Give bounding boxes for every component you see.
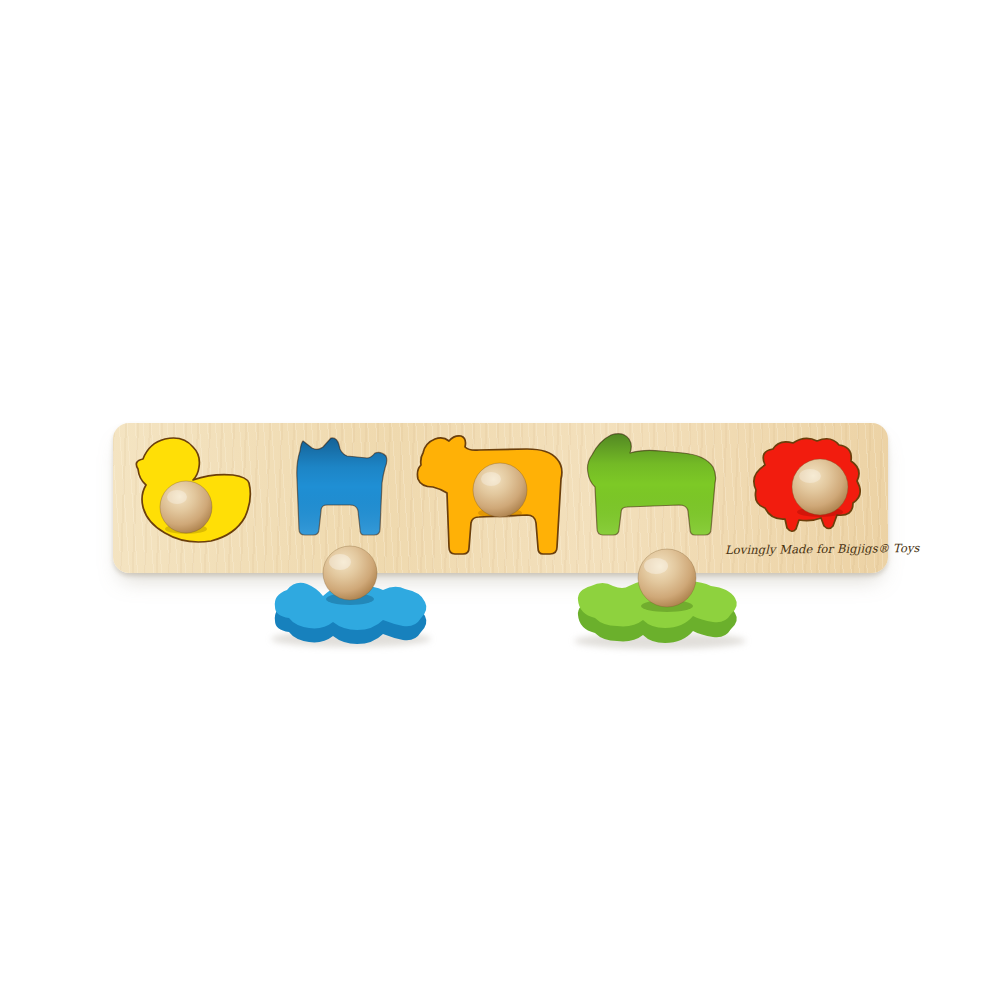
product-photo-stage: Lovingly Made for Bigjigs® Toys: [0, 0, 1000, 1000]
loose-dog-knob-ball: [323, 546, 377, 600]
loose-horse-knob-highlight: [644, 558, 668, 574]
cow-knob-ball: [473, 463, 527, 517]
duck-knob[interactable]: [160, 481, 212, 534]
horse-recess-inner-shadow: [588, 434, 716, 535]
loose-horse-knob-ball: [638, 549, 696, 607]
cow-knob[interactable]: [473, 463, 527, 518]
puzzle-board: Lovingly Made for Bigjigs® Toys: [113, 423, 888, 573]
loose-dog-knob-highlight: [329, 554, 351, 570]
loose-horse-piece[interactable]: [565, 540, 750, 654]
sheep-knob-ball: [792, 459, 848, 515]
dog-recess[interactable]: [297, 438, 387, 535]
horse-recess[interactable]: [588, 434, 716, 535]
duck-knob-highlight: [167, 490, 187, 504]
loose-dog-piece[interactable]: [265, 540, 435, 652]
dog-recess-inner-shadow: [297, 438, 387, 535]
brand-text: Lovingly Made for Bigjigs® Toys: [725, 542, 920, 558]
cow-knob-highlight: [481, 472, 501, 486]
sheep-knob-highlight: [799, 469, 821, 483]
duck-knob-ball: [160, 481, 212, 533]
